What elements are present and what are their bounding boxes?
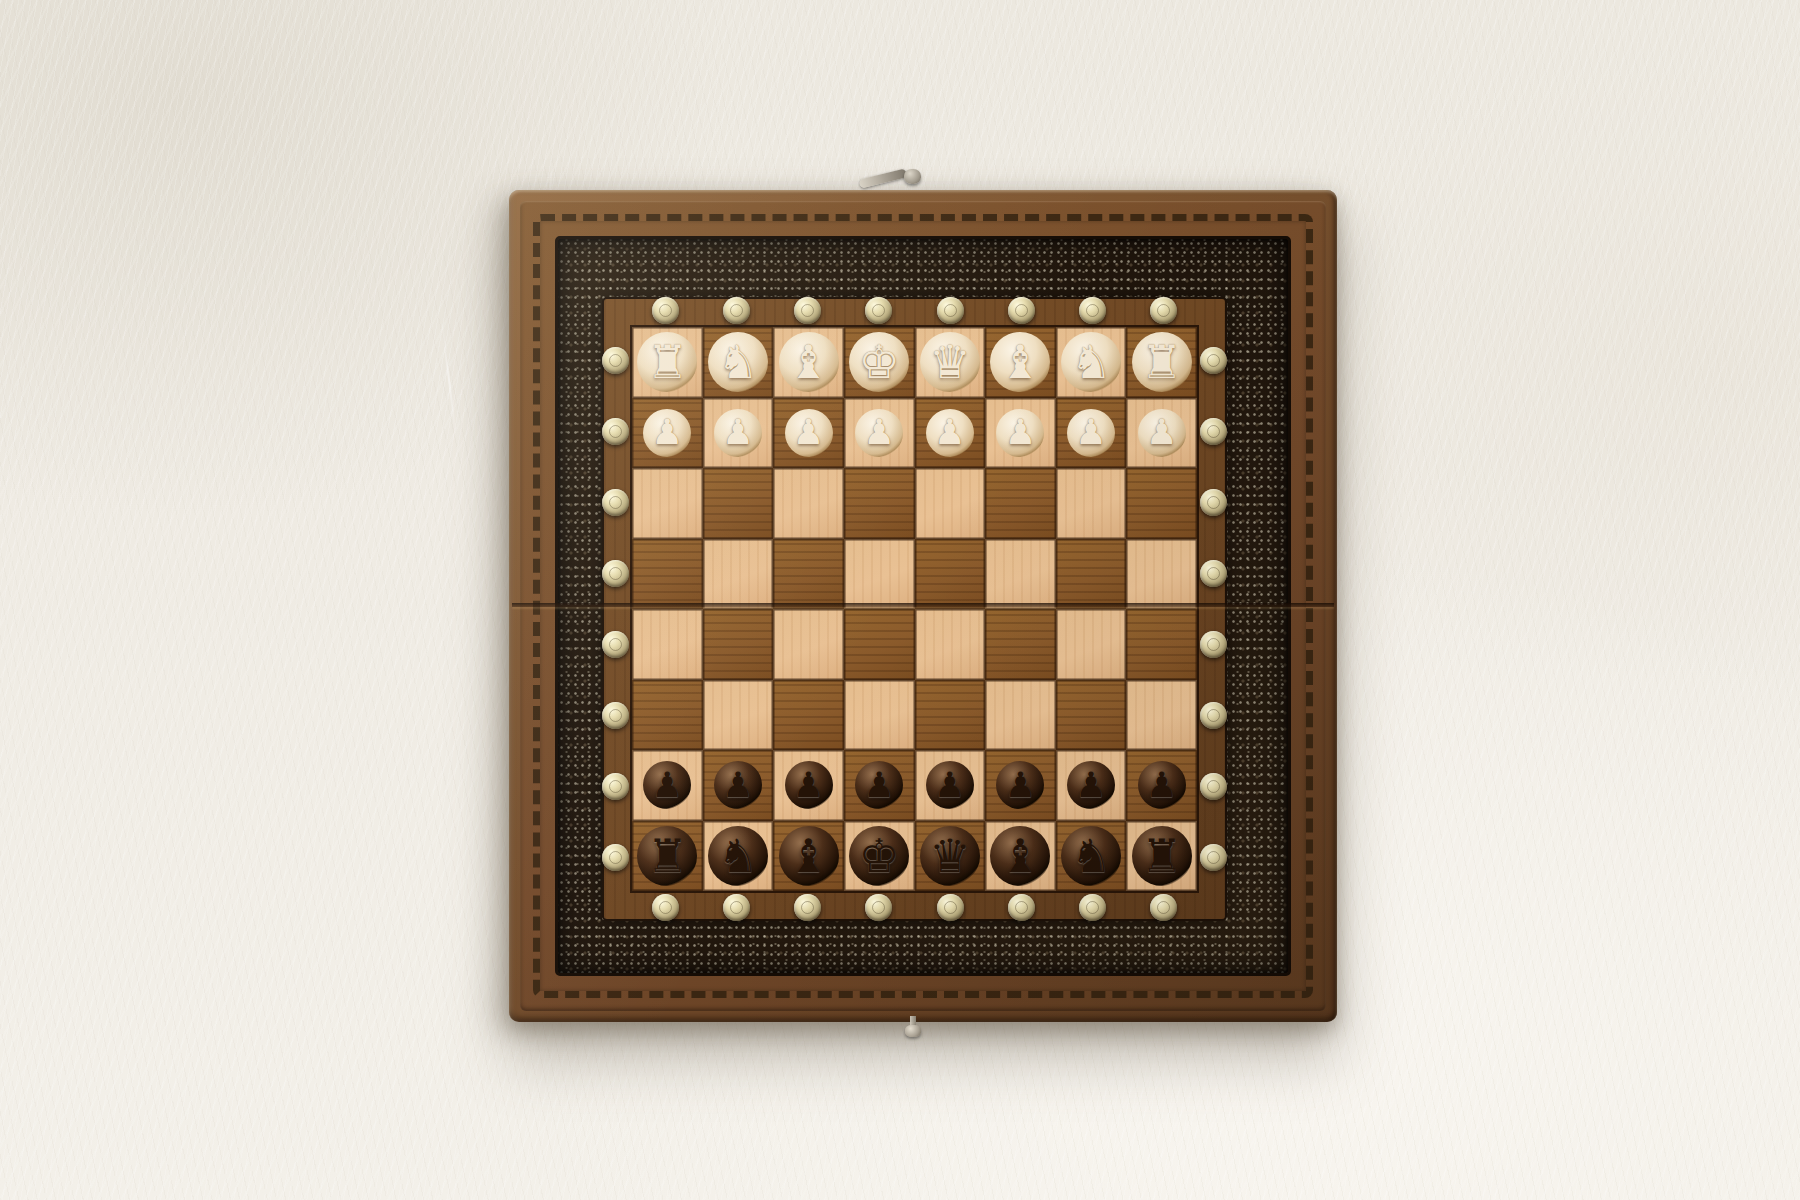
metal-stud-icon bbox=[1079, 894, 1106, 921]
square-h8[interactable]: ♜ bbox=[632, 821, 703, 892]
square-d3[interactable] bbox=[915, 468, 986, 539]
metal-stud-icon bbox=[602, 773, 629, 800]
piece-black-queen[interactable]: ♛ bbox=[920, 826, 980, 886]
piece-white-pawn[interactable]: ♟ bbox=[714, 409, 762, 457]
piece-black-pawn[interactable]: ♟ bbox=[714, 761, 762, 809]
metal-stud-icon bbox=[1200, 844, 1227, 871]
square-a7[interactable]: ♟ bbox=[1126, 750, 1197, 821]
fold-seam bbox=[512, 603, 1334, 607]
metal-stud-icon bbox=[1200, 773, 1227, 800]
piece-white-queen[interactable]: ♛ bbox=[920, 332, 980, 392]
square-f7[interactable]: ♟ bbox=[773, 750, 844, 821]
metal-stud-icon bbox=[723, 894, 750, 921]
metal-stud-icon bbox=[1200, 418, 1227, 445]
square-a5[interactable] bbox=[1126, 609, 1197, 680]
square-c5[interactable] bbox=[985, 609, 1056, 680]
square-b4[interactable] bbox=[1056, 539, 1127, 610]
metal-stud-icon bbox=[1200, 631, 1227, 658]
square-h5[interactable] bbox=[632, 609, 703, 680]
square-d8[interactable]: ♛ bbox=[915, 821, 986, 892]
square-e6[interactable] bbox=[844, 680, 915, 751]
square-h2[interactable]: ♟ bbox=[632, 398, 703, 469]
square-d2[interactable]: ♟ bbox=[915, 398, 986, 469]
metal-stud-icon bbox=[1008, 894, 1035, 921]
square-f6[interactable] bbox=[773, 680, 844, 751]
square-e2[interactable]: ♟ bbox=[844, 398, 915, 469]
square-a2[interactable]: ♟ bbox=[1126, 398, 1197, 469]
piece-black-pawn[interactable]: ♟ bbox=[643, 761, 691, 809]
square-d1[interactable]: ♛ bbox=[915, 327, 986, 398]
metal-stud-icon bbox=[1200, 347, 1227, 374]
piece-white-pawn[interactable]: ♟ bbox=[1138, 409, 1186, 457]
metal-stud-icon bbox=[602, 702, 629, 729]
square-g3[interactable] bbox=[703, 468, 774, 539]
piece-black-pawn[interactable]: ♟ bbox=[1138, 761, 1186, 809]
square-c7[interactable]: ♟ bbox=[985, 750, 1056, 821]
metal-stud-icon bbox=[794, 894, 821, 921]
square-a4[interactable] bbox=[1126, 539, 1197, 610]
piece-black-pawn[interactable]: ♟ bbox=[926, 761, 974, 809]
metal-stud-icon bbox=[794, 297, 821, 324]
piece-white-bishop[interactable]: ♝ bbox=[779, 332, 839, 392]
square-b7[interactable]: ♟ bbox=[1056, 750, 1127, 821]
square-d4[interactable] bbox=[915, 539, 986, 610]
square-b5[interactable] bbox=[1056, 609, 1127, 680]
chess-box: ♜♞♝♚♛♝♞♜♟♟♟♟♟♟♟♟♟♟♟♟♟♟♟♟♜♞♝♚♛♝♞♜ bbox=[509, 190, 1337, 1022]
metal-stud-icon bbox=[602, 560, 629, 587]
square-g2[interactable]: ♟ bbox=[703, 398, 774, 469]
piece-white-pawn[interactable]: ♟ bbox=[996, 409, 1044, 457]
square-e7[interactable]: ♟ bbox=[844, 750, 915, 821]
piece-white-pawn[interactable]: ♟ bbox=[926, 409, 974, 457]
piece-white-rook[interactable]: ♜ bbox=[1132, 332, 1192, 392]
square-g4[interactable] bbox=[703, 539, 774, 610]
square-f5[interactable] bbox=[773, 609, 844, 680]
square-f4[interactable] bbox=[773, 539, 844, 610]
piece-white-king[interactable]: ♚ bbox=[849, 332, 909, 392]
square-c2[interactable]: ♟ bbox=[985, 398, 1056, 469]
square-g1[interactable]: ♞ bbox=[703, 327, 774, 398]
piece-black-knight[interactable]: ♞ bbox=[1061, 826, 1121, 886]
metal-stud-icon bbox=[1079, 297, 1106, 324]
square-f8[interactable]: ♝ bbox=[773, 821, 844, 892]
piece-black-bishop[interactable]: ♝ bbox=[779, 826, 839, 886]
square-e3[interactable] bbox=[844, 468, 915, 539]
piece-white-pawn[interactable]: ♟ bbox=[1067, 409, 1115, 457]
piece-black-pawn[interactable]: ♟ bbox=[1067, 761, 1115, 809]
stray-fur-hair bbox=[441, 320, 458, 439]
metal-stud-icon bbox=[602, 631, 629, 658]
piece-black-king[interactable]: ♚ bbox=[849, 826, 909, 886]
board-margin: ♜♞♝♚♛♝♞♜♟♟♟♟♟♟♟♟♟♟♟♟♟♟♟♟♜♞♝♚♛♝♞♜ bbox=[604, 299, 1225, 919]
square-c6[interactable] bbox=[985, 680, 1056, 751]
square-a1[interactable]: ♜ bbox=[1126, 327, 1197, 398]
chess-board: ♜♞♝♚♛♝♞♜♟♟♟♟♟♟♟♟♟♟♟♟♟♟♟♟♜♞♝♚♛♝♞♜ bbox=[630, 325, 1199, 893]
square-h4[interactable] bbox=[632, 539, 703, 610]
square-c1[interactable]: ♝ bbox=[985, 327, 1056, 398]
square-h1[interactable]: ♜ bbox=[632, 327, 703, 398]
square-c8[interactable]: ♝ bbox=[985, 821, 1056, 892]
square-g5[interactable] bbox=[703, 609, 774, 680]
square-a3[interactable] bbox=[1126, 468, 1197, 539]
metal-stud-icon bbox=[602, 418, 629, 445]
metal-stud-icon bbox=[1200, 702, 1227, 729]
piece-white-pawn[interactable]: ♟ bbox=[785, 409, 833, 457]
square-g6[interactable] bbox=[703, 680, 774, 751]
piece-white-rook[interactable]: ♜ bbox=[637, 332, 697, 392]
square-a8[interactable]: ♜ bbox=[1126, 821, 1197, 892]
clasp-arm bbox=[859, 168, 908, 188]
square-e4[interactable] bbox=[844, 539, 915, 610]
latch-cap bbox=[905, 1025, 921, 1037]
fur-background: ♜♞♝♚♛♝♞♜♟♟♟♟♟♟♟♟♟♟♟♟♟♟♟♟♜♞♝♚♛♝♞♜ bbox=[0, 0, 1800, 1200]
square-b3[interactable] bbox=[1056, 468, 1127, 539]
piece-white-knight[interactable]: ♞ bbox=[1061, 332, 1121, 392]
piece-black-pawn[interactable]: ♟ bbox=[855, 761, 903, 809]
piece-black-pawn[interactable]: ♟ bbox=[996, 761, 1044, 809]
piece-black-knight[interactable]: ♞ bbox=[708, 826, 768, 886]
metal-stud-icon bbox=[723, 297, 750, 324]
square-h3[interactable] bbox=[632, 468, 703, 539]
piece-black-rook[interactable]: ♜ bbox=[1132, 826, 1192, 886]
piece-black-pawn[interactable]: ♟ bbox=[785, 761, 833, 809]
piece-white-bishop[interactable]: ♝ bbox=[990, 332, 1050, 392]
square-c4[interactable] bbox=[985, 539, 1056, 610]
square-c3[interactable] bbox=[985, 468, 1056, 539]
metal-stud-icon bbox=[602, 844, 629, 871]
square-e1[interactable]: ♚ bbox=[844, 327, 915, 398]
metal-stud-icon bbox=[602, 347, 629, 374]
metal-stud-icon bbox=[1150, 894, 1177, 921]
metal-stud-icon bbox=[1200, 489, 1227, 516]
square-h6[interactable] bbox=[632, 680, 703, 751]
clasp-head bbox=[904, 169, 921, 184]
piece-black-bishop[interactable]: ♝ bbox=[990, 826, 1050, 886]
square-d5[interactable] bbox=[915, 609, 986, 680]
square-f3[interactable] bbox=[773, 468, 844, 539]
piece-white-knight[interactable]: ♞ bbox=[708, 332, 768, 392]
square-d7[interactable]: ♟ bbox=[915, 750, 986, 821]
square-g7[interactable]: ♟ bbox=[703, 750, 774, 821]
square-a6[interactable] bbox=[1126, 680, 1197, 751]
piece-white-pawn[interactable]: ♟ bbox=[855, 409, 903, 457]
clasp-icon[interactable] bbox=[857, 161, 937, 193]
latch-knob-icon[interactable] bbox=[903, 1016, 923, 1040]
metal-stud-icon bbox=[1008, 297, 1035, 324]
square-h7[interactable]: ♟ bbox=[632, 750, 703, 821]
square-b2[interactable]: ♟ bbox=[1056, 398, 1127, 469]
piece-black-rook[interactable]: ♜ bbox=[637, 826, 697, 886]
metal-stud-icon bbox=[652, 297, 679, 324]
square-d6[interactable] bbox=[915, 680, 986, 751]
metal-stud-icon bbox=[865, 297, 892, 324]
metal-stud-icon bbox=[937, 297, 964, 324]
piece-white-pawn[interactable]: ♟ bbox=[643, 409, 691, 457]
square-e8[interactable]: ♚ bbox=[844, 821, 915, 892]
square-b6[interactable] bbox=[1056, 680, 1127, 751]
square-e5[interactable] bbox=[844, 609, 915, 680]
metal-stud-icon bbox=[1150, 297, 1177, 324]
metal-stud-icon bbox=[652, 894, 679, 921]
square-b1[interactable]: ♞ bbox=[1056, 327, 1127, 398]
square-f2[interactable]: ♟ bbox=[773, 398, 844, 469]
square-g8[interactable]: ♞ bbox=[703, 821, 774, 892]
metal-stud-icon bbox=[937, 894, 964, 921]
metal-stud-icon bbox=[602, 489, 629, 516]
square-f1[interactable]: ♝ bbox=[773, 327, 844, 398]
square-b8[interactable]: ♞ bbox=[1056, 821, 1127, 892]
metal-stud-icon bbox=[865, 894, 892, 921]
metal-stud-icon bbox=[1200, 560, 1227, 587]
